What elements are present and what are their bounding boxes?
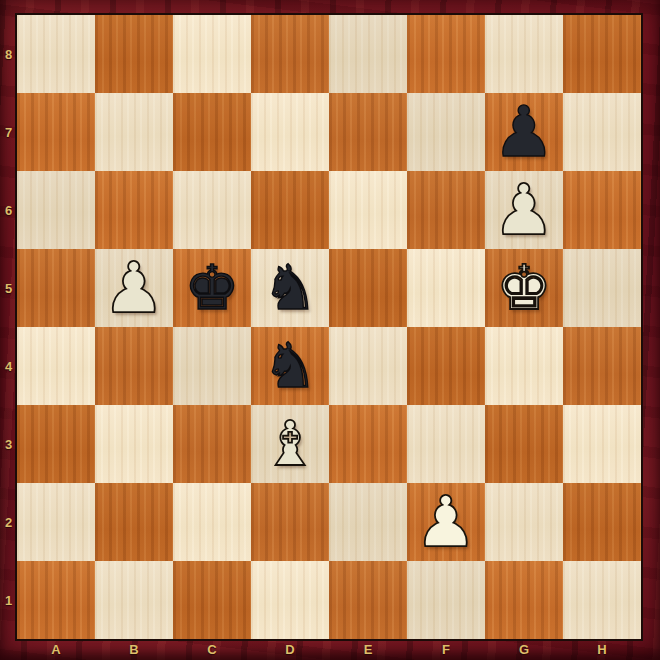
square-b4[interactable] [95,327,173,405]
square-e7[interactable] [329,93,407,171]
file-label-g: G [485,640,563,659]
white-pawn-g6[interactable]: ♟ [493,171,556,249]
square-d8[interactable] [251,15,329,93]
white-pawn-b5[interactable]: ♟ [103,249,166,327]
black-pawn-g7[interactable]: ♟ [493,93,556,171]
square-g3[interactable] [485,405,563,483]
square-b8[interactable] [95,15,173,93]
square-e6[interactable] [329,171,407,249]
square-h8[interactable] [563,15,641,93]
square-e3[interactable] [329,405,407,483]
square-e1[interactable] [329,561,407,639]
file-label-e: E [329,640,407,659]
square-g1[interactable] [485,561,563,639]
square-g4[interactable] [485,327,563,405]
square-h7[interactable] [563,93,641,171]
square-d3[interactable]: ♝ [251,405,329,483]
square-b7[interactable] [95,93,173,171]
file-label-c: C [173,640,251,659]
file-label-f: F [407,640,485,659]
square-d5[interactable]: ♞ [251,249,329,327]
square-h3[interactable] [563,405,641,483]
square-g5[interactable]: ♚ [485,249,563,327]
square-e5[interactable] [329,249,407,327]
square-b5[interactable]: ♟ [95,249,173,327]
square-a4[interactable] [17,327,95,405]
square-c4[interactable] [173,327,251,405]
rank-label-6: 6 [0,171,17,249]
rank-label-8: 8 [0,15,17,93]
square-a8[interactable] [17,15,95,93]
square-b1[interactable] [95,561,173,639]
rank-label-1: 1 [0,561,17,639]
square-c8[interactable] [173,15,251,93]
square-d7[interactable] [251,93,329,171]
square-h2[interactable] [563,483,641,561]
rank-label-4: 4 [0,327,17,405]
square-f8[interactable] [407,15,485,93]
white-king-g5[interactable]: ♚ [496,249,552,327]
square-e8[interactable] [329,15,407,93]
square-h4[interactable] [563,327,641,405]
square-c6[interactable] [173,171,251,249]
file-label-b: B [95,640,173,659]
square-f6[interactable] [407,171,485,249]
square-h5[interactable] [563,249,641,327]
square-a6[interactable] [17,171,95,249]
square-a2[interactable] [17,483,95,561]
square-d2[interactable] [251,483,329,561]
square-f7[interactable] [407,93,485,171]
square-f5[interactable] [407,249,485,327]
square-d4[interactable]: ♞ [251,327,329,405]
square-c5[interactable]: ♚ [173,249,251,327]
square-h1[interactable] [563,561,641,639]
file-label-a: A [17,640,95,659]
chess-diagram: ♟♟♟♚♞♚♞♝♟ 87654321ABCDEFGH [0,0,660,660]
chess-board: ♟♟♟♚♞♚♞♝♟ [17,15,641,639]
square-h6[interactable] [563,171,641,249]
square-a7[interactable] [17,93,95,171]
square-f3[interactable] [407,405,485,483]
square-c7[interactable] [173,93,251,171]
square-c3[interactable] [173,405,251,483]
square-a3[interactable] [17,405,95,483]
square-g8[interactable] [485,15,563,93]
square-a1[interactable] [17,561,95,639]
square-c1[interactable] [173,561,251,639]
square-d6[interactable] [251,171,329,249]
white-bishop-d3[interactable]: ♝ [262,405,318,483]
square-e4[interactable] [329,327,407,405]
file-label-d: D [251,640,329,659]
rank-label-5: 5 [0,249,17,327]
square-e2[interactable] [329,483,407,561]
square-f1[interactable] [407,561,485,639]
black-knight-d5[interactable]: ♞ [262,249,318,327]
square-a5[interactable] [17,249,95,327]
square-b2[interactable] [95,483,173,561]
square-d1[interactable] [251,561,329,639]
square-b3[interactable] [95,405,173,483]
square-g2[interactable] [485,483,563,561]
black-king-c5[interactable]: ♚ [184,249,240,327]
rank-label-7: 7 [0,93,17,171]
black-knight-d4[interactable]: ♞ [262,327,318,405]
rank-label-2: 2 [0,483,17,561]
white-pawn-f2[interactable]: ♟ [415,483,478,561]
square-g7[interactable]: ♟ [485,93,563,171]
rank-label-3: 3 [0,405,17,483]
square-f2[interactable]: ♟ [407,483,485,561]
square-b6[interactable] [95,171,173,249]
square-g6[interactable]: ♟ [485,171,563,249]
file-label-h: H [563,640,641,659]
square-f4[interactable] [407,327,485,405]
square-c2[interactable] [173,483,251,561]
